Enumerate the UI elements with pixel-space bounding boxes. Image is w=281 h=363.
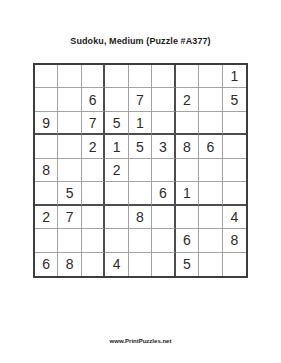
sudoku-cell-r2c2 [58, 88, 81, 111]
sudoku-cell-r6c6: 6 [152, 182, 175, 205]
sudoku-cell-r2c1 [35, 88, 58, 111]
sudoku-cell-r1c3 [82, 65, 105, 88]
sudoku-cell-r4c4: 1 [105, 135, 128, 158]
sudoku-cell-r8c9: 8 [223, 229, 246, 252]
sudoku-cell-r9c6 [152, 253, 175, 276]
sudoku-cell-r2c6 [152, 88, 175, 111]
sudoku-cell-r6c7: 1 [176, 182, 199, 205]
sudoku-cell-r1c2 [58, 65, 81, 88]
sudoku-cell-r6c1 [35, 182, 58, 205]
sudoku-cell-r5c6 [152, 159, 175, 182]
sudoku-cell-r9c9 [223, 253, 246, 276]
sudoku-cell-r5c1: 8 [35, 159, 58, 182]
footer-site-url: www.PrintPuzzles.net [0, 338, 281, 344]
sudoku-cell-r8c5 [129, 229, 152, 252]
sudoku-cell-r4c3: 2 [82, 135, 105, 158]
sudoku-cell-r9c3 [82, 253, 105, 276]
sudoku-cell-r1c8 [199, 65, 222, 88]
sudoku-cell-r6c9 [223, 182, 246, 205]
sudoku-cell-r5c7 [176, 159, 199, 182]
sudoku-cell-r3c5: 1 [129, 112, 152, 135]
sudoku-cell-r7c4 [105, 206, 128, 229]
sudoku-cell-r6c8 [199, 182, 222, 205]
sudoku-cell-r6c2: 5 [58, 182, 81, 205]
sudoku-cell-r3c8 [199, 112, 222, 135]
sudoku-cell-r6c3 [82, 182, 105, 205]
sudoku-cell-r4c8: 6 [199, 135, 222, 158]
sudoku-cell-r8c7: 6 [176, 229, 199, 252]
page-title: Sudoku, Medium (Puzzle #A377) [0, 36, 281, 46]
sudoku-cell-r4c5: 5 [129, 135, 152, 158]
sudoku-cell-r2c4 [105, 88, 128, 111]
sudoku-cell-r1c6 [152, 65, 175, 88]
sudoku-cell-r1c9: 1 [223, 65, 246, 88]
sudoku-cell-r9c2: 8 [58, 253, 81, 276]
sudoku-cell-r3c6 [152, 112, 175, 135]
sudoku-cell-r5c2 [58, 159, 81, 182]
sudoku-cell-r8c3 [82, 229, 105, 252]
sudoku-cell-r1c5 [129, 65, 152, 88]
puzzle-page: Sudoku, Medium (Puzzle #A377) 1672597512… [0, 0, 281, 363]
sudoku-cell-r4c6: 3 [152, 135, 175, 158]
sudoku-cell-r5c9 [223, 159, 246, 182]
sudoku-cell-r3c1: 9 [35, 112, 58, 135]
sudoku-cell-r5c4: 2 [105, 159, 128, 182]
sudoku-cell-r7c3 [82, 206, 105, 229]
sudoku-cell-r4c7: 8 [176, 135, 199, 158]
sudoku-cell-r3c4: 5 [105, 112, 128, 135]
sudoku-cell-r8c8 [199, 229, 222, 252]
sudoku-cell-r9c8 [199, 253, 222, 276]
sudoku-cell-r6c5 [129, 182, 152, 205]
sudoku-cell-r6c4 [105, 182, 128, 205]
sudoku-cell-r8c2 [58, 229, 81, 252]
sudoku-cell-r9c5 [129, 253, 152, 276]
sudoku-cell-r3c7 [176, 112, 199, 135]
sudoku-cell-r4c9 [223, 135, 246, 158]
sudoku-cell-r9c7: 5 [176, 253, 199, 276]
sudoku-cell-r1c7 [176, 65, 199, 88]
sudoku-cell-r9c4: 4 [105, 253, 128, 276]
sudoku-cell-r7c8 [199, 206, 222, 229]
sudoku-board: 167259751215386825612784686845 [33, 63, 248, 278]
sudoku-cell-r2c5: 7 [129, 88, 152, 111]
sudoku-cell-r8c4 [105, 229, 128, 252]
sudoku-cell-r2c9: 5 [223, 88, 246, 111]
sudoku-cell-r5c5 [129, 159, 152, 182]
sudoku-cell-r5c8 [199, 159, 222, 182]
sudoku-cell-r3c9 [223, 112, 246, 135]
sudoku-cell-r7c6 [152, 206, 175, 229]
sudoku-cell-r8c1 [35, 229, 58, 252]
sudoku-cell-r1c4 [105, 65, 128, 88]
sudoku-cell-r2c8 [199, 88, 222, 111]
sudoku-cell-r3c2 [58, 112, 81, 135]
sudoku-cell-r7c2: 7 [58, 206, 81, 229]
sudoku-cell-r9c1: 6 [35, 253, 58, 276]
sudoku-cell-r5c3 [82, 159, 105, 182]
sudoku-cell-r4c2 [58, 135, 81, 158]
sudoku-cell-r7c5: 8 [129, 206, 152, 229]
sudoku-cell-r2c7: 2 [176, 88, 199, 111]
sudoku-cell-r3c3: 7 [82, 112, 105, 135]
sudoku-cell-r2c3: 6 [82, 88, 105, 111]
sudoku-cell-r7c9: 4 [223, 206, 246, 229]
sudoku-cell-r4c1 [35, 135, 58, 158]
sudoku-cell-r8c6 [152, 229, 175, 252]
sudoku-cell-r1c1 [35, 65, 58, 88]
sudoku-cell-r7c7 [176, 206, 199, 229]
sudoku-cell-r7c1: 2 [35, 206, 58, 229]
